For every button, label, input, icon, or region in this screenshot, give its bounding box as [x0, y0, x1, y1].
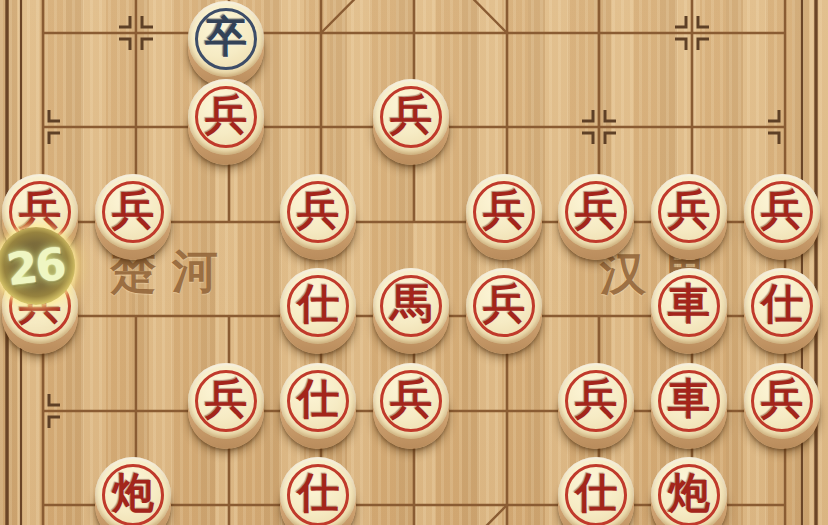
counter-value: 26 [4, 237, 67, 295]
piece-face: 兵 [466, 174, 542, 250]
piece-glyph: 卒 [205, 0, 247, 75]
piece-red-advisor[interactable]: 仕 [742, 266, 822, 358]
piece-red-chariot[interactable]: 車 [649, 266, 729, 358]
piece-glyph: 馬 [390, 266, 432, 342]
piece-red-soldier[interactable]: 兵 [371, 77, 451, 169]
piece-red-soldier[interactable]: 兵 [93, 172, 173, 264]
piece-face: 車 [651, 268, 727, 344]
piece-face: 兵 [280, 174, 356, 250]
piece-face: 卒 [188, 1, 264, 77]
piece-face: 兵 [466, 268, 542, 344]
piece-red-cannon[interactable]: 炮 [93, 455, 173, 525]
piece-red-advisor[interactable]: 仕 [278, 266, 358, 358]
piece-face: 車 [651, 363, 727, 439]
piece-red-advisor[interactable]: 仕 [278, 361, 358, 453]
piece-face: 仕 [558, 457, 634, 525]
piece-glyph: 炮 [112, 455, 154, 525]
piece-red-advisor[interactable]: 仕 [556, 455, 636, 525]
piece-glyph: 炮 [668, 455, 710, 525]
counter-badge: 26 [0, 227, 75, 305]
piece-red-soldier[interactable]: 兵 [556, 361, 636, 453]
piece-face: 兵 [95, 174, 171, 250]
piece-red-soldier[interactable]: 兵 [742, 361, 822, 453]
piece-face: 兵 [373, 363, 449, 439]
piece-glyph: 兵 [761, 172, 803, 248]
piece-glyph: 兵 [761, 361, 803, 437]
piece-face: 兵 [188, 79, 264, 155]
piece-red-cannon[interactable]: 炮 [649, 455, 729, 525]
piece-glyph: 兵 [483, 172, 525, 248]
piece-red-soldier[interactable]: 兵 [464, 266, 544, 358]
piece-face: 兵 [744, 363, 820, 439]
piece-red-soldier[interactable]: 兵 [556, 172, 636, 264]
piece-glyph: 兵 [297, 172, 339, 248]
piece-red-chariot[interactable]: 車 [649, 361, 729, 453]
piece-glyph: 兵 [390, 361, 432, 437]
xiangqi-board[interactable]: 楚河 汉界 卒兵兵兵兵兵兵兵兵兵兵仕馬兵車仕兵仕兵兵車兵炮仕仕炮 26 [0, 0, 828, 525]
piece-red-soldier[interactable]: 兵 [742, 172, 822, 264]
piece-face: 仕 [280, 363, 356, 439]
piece-glyph: 兵 [390, 77, 432, 153]
piece-glyph: 仕 [761, 266, 803, 342]
piece-red-soldier[interactable]: 兵 [186, 77, 266, 169]
piece-face: 炮 [651, 457, 727, 525]
piece-glyph: 車 [668, 266, 710, 342]
piece-glyph: 兵 [668, 172, 710, 248]
piece-face: 仕 [744, 268, 820, 344]
piece-face: 兵 [558, 174, 634, 250]
piece-glyph: 兵 [575, 361, 617, 437]
piece-face: 兵 [651, 174, 727, 250]
piece-glyph: 兵 [112, 172, 154, 248]
piece-face: 兵 [188, 363, 264, 439]
piece-face: 兵 [558, 363, 634, 439]
piece-glyph: 兵 [575, 172, 617, 248]
piece-glyph: 仕 [297, 361, 339, 437]
piece-glyph: 兵 [205, 361, 247, 437]
piece-face: 仕 [280, 457, 356, 525]
piece-glyph: 仕 [297, 455, 339, 525]
piece-glyph: 仕 [575, 455, 617, 525]
piece-glyph: 仕 [297, 266, 339, 342]
piece-red-soldier[interactable]: 兵 [278, 172, 358, 264]
piece-face: 馬 [373, 268, 449, 344]
piece-red-soldier[interactable]: 兵 [186, 361, 266, 453]
piece-face: 炮 [95, 457, 171, 525]
piece-red-soldier[interactable]: 兵 [464, 172, 544, 264]
piece-face: 兵 [373, 79, 449, 155]
piece-glyph: 兵 [483, 266, 525, 342]
piece-glyph: 兵 [205, 77, 247, 153]
piece-red-soldier[interactable]: 兵 [649, 172, 729, 264]
piece-red-soldier[interactable]: 兵 [371, 361, 451, 453]
piece-glyph: 車 [668, 361, 710, 437]
piece-face: 兵 [744, 174, 820, 250]
piece-face: 仕 [280, 268, 356, 344]
piece-red-advisor[interactable]: 仕 [278, 455, 358, 525]
piece-red-horse[interactable]: 馬 [371, 266, 451, 358]
